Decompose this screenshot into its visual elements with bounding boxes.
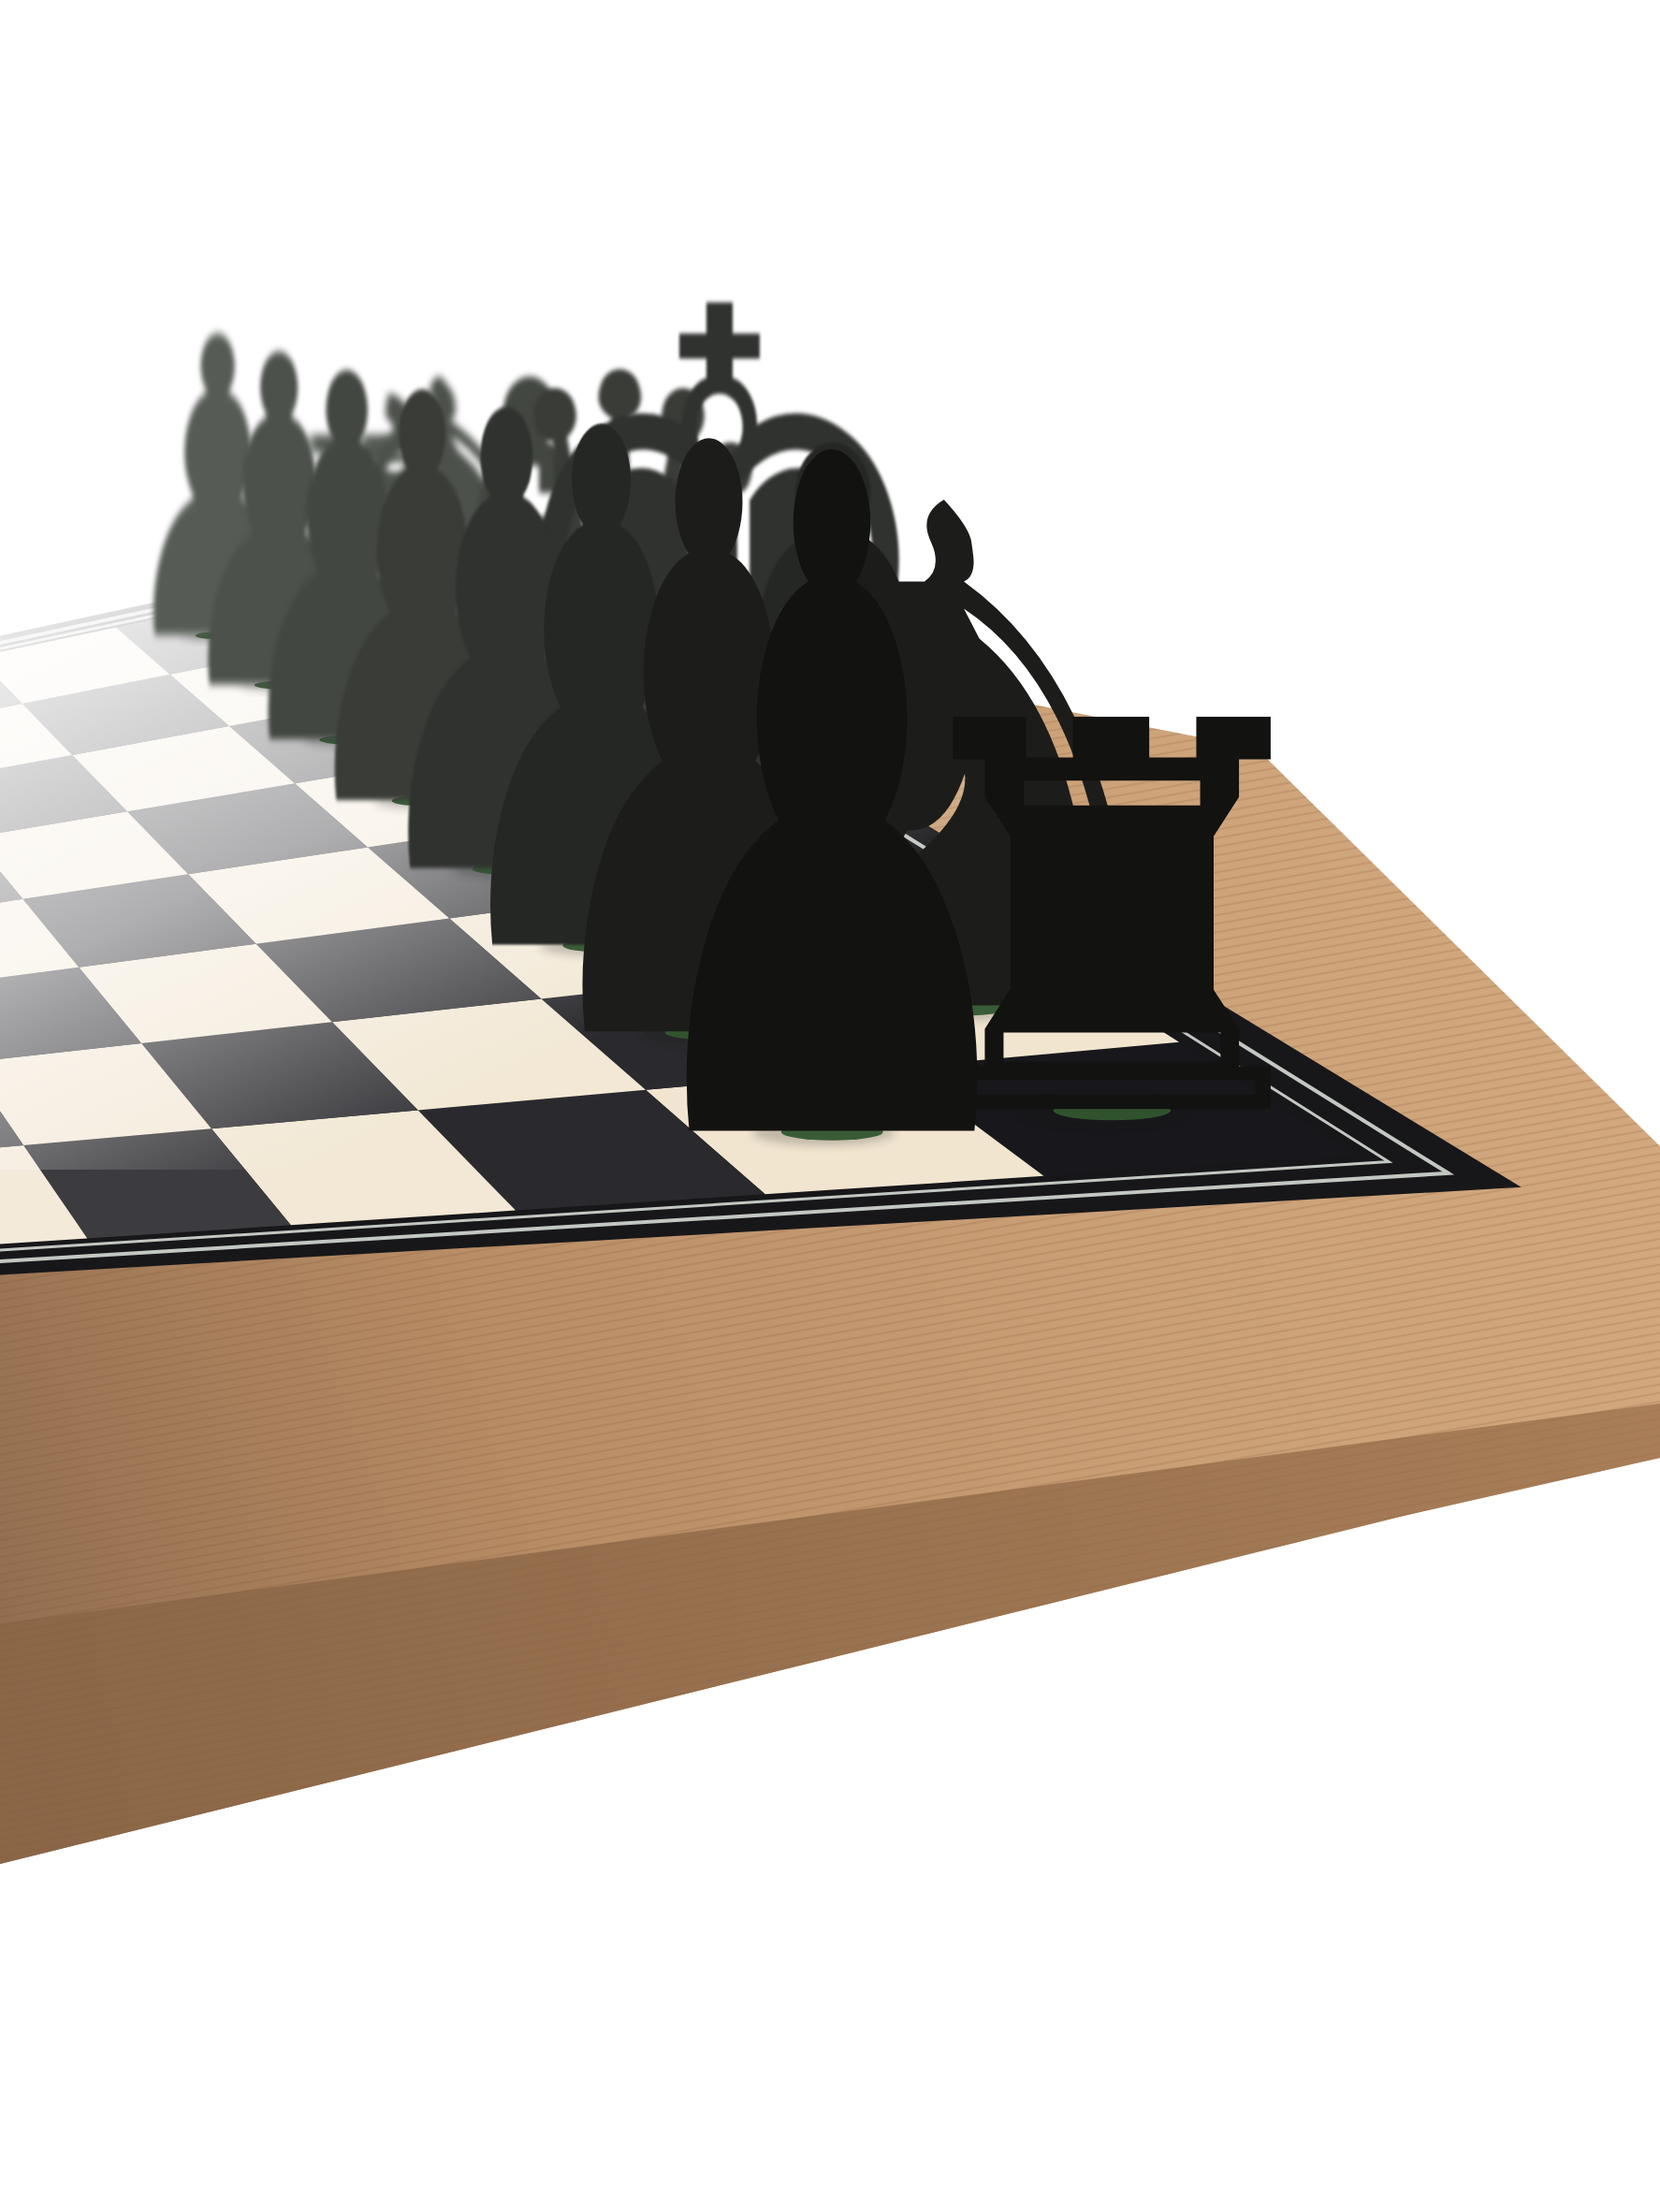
piece-black-pawn-h7: ♟ <box>615 264 1050 1350</box>
chess-board: ♜♟♞♟♝♟♛♟♚♟♝♟♞♟♜♟ <box>0 0 1660 2212</box>
chess-board-photo: ♜♟♞♟♝♟♛♟♚♟♝♟♞♟♜♟ <box>0 0 1660 2212</box>
black-pawn-glyph: ♟ <box>615 264 1050 1350</box>
chess-photo-scene: ♜♟♞♟♝♟♛♟♚♟♝♟♞♟♜♟ <box>0 0 1660 2212</box>
